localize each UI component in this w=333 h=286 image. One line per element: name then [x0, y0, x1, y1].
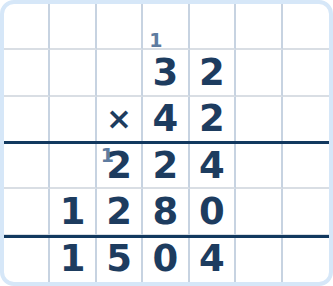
digit: 5 [106, 240, 132, 277]
grid-cell-r0c3[interactable]: 1 [143, 4, 189, 50]
grid-cell-r2c6[interactable] [283, 97, 329, 143]
grid-cell-r0c5[interactable] [236, 4, 282, 50]
digit: 2 [199, 54, 225, 91]
digit: 0 [199, 193, 225, 230]
grid-cell-r3c1[interactable] [50, 143, 96, 189]
grid-cell-r2c1[interactable] [50, 97, 96, 143]
grid-cell-r2c3[interactable]: 4 [143, 97, 189, 143]
grid-cell-r2c2[interactable]: × [97, 97, 143, 143]
digit: 2 [199, 100, 225, 137]
grid-cell-r1c4[interactable]: 2 [190, 50, 236, 96]
answer-rule-under-partials [4, 235, 329, 238]
grid-cell-r5c1[interactable]: 1 [50, 236, 96, 282]
multiply-sign: × [106, 103, 132, 134]
grid-cell-r0c4[interactable] [190, 4, 236, 50]
grid-cell-r3c6[interactable] [283, 143, 329, 189]
digit: 1 [60, 240, 86, 277]
grid-cell-r0c6[interactable] [283, 4, 329, 50]
grid-cell-r2c4[interactable]: 2 [190, 97, 236, 143]
grid-cell-r4c0[interactable] [4, 189, 50, 235]
digit: 1 [60, 193, 86, 230]
grid-cell-r3c5[interactable] [236, 143, 282, 189]
grid-cell-r0c2[interactable] [97, 4, 143, 50]
grid-cell-r4c3[interactable]: 8 [143, 189, 189, 235]
grid-cell-r3c3[interactable]: 2 [143, 143, 189, 189]
digit: 4 [199, 147, 225, 184]
grid-cell-r5c2[interactable]: 5 [97, 236, 143, 282]
carry-digit: 1 [149, 31, 162, 50]
grid-cell-r2c0[interactable] [4, 97, 50, 143]
digit: 2 [153, 147, 179, 184]
grid-cell-r4c2[interactable]: 2 [97, 189, 143, 235]
grid-cell-r1c2[interactable] [97, 50, 143, 96]
grid-cell-r5c3[interactable]: 0 [143, 236, 189, 282]
grid-cell-r5c5[interactable] [236, 236, 282, 282]
digit: 4 [199, 240, 225, 277]
digit: 3 [153, 54, 179, 91]
grid-cell-r1c0[interactable] [4, 50, 50, 96]
grid-cell-r1c3[interactable]: 3 [143, 50, 189, 96]
grid-cell-r5c4[interactable]: 4 [190, 236, 236, 282]
grid-cell-r5c0[interactable] [4, 236, 50, 282]
grid-cell-r0c0[interactable] [4, 4, 50, 50]
carry-digit: 1 [101, 146, 114, 165]
grid-cell-r3c4[interactable]: 4 [190, 143, 236, 189]
grid-cell-r2c5[interactable] [236, 97, 282, 143]
grid-cell-r1c5[interactable] [236, 50, 282, 96]
grid-cell-r3c0[interactable] [4, 143, 50, 189]
answer-rule-under-multiplier [4, 141, 329, 144]
multiplication-grid: 132×42212412801504 [4, 4, 329, 282]
digit: 4 [153, 100, 179, 137]
multiplication-worksheet: 132×42212412801504 [0, 0, 333, 286]
grid-cell-r4c5[interactable] [236, 189, 282, 235]
grid-cell-r4c4[interactable]: 0 [190, 189, 236, 235]
grid-cell-r1c1[interactable] [50, 50, 96, 96]
digit: 0 [153, 240, 179, 277]
grid-cell-r1c6[interactable] [283, 50, 329, 96]
grid-cell-r4c6[interactable] [283, 189, 329, 235]
digit: 8 [153, 193, 179, 230]
digit: 2 [106, 193, 132, 230]
grid-cell-r4c1[interactable]: 1 [50, 189, 96, 235]
grid-cell-r3c2[interactable]: 21 [97, 143, 143, 189]
grid-cell-r5c6[interactable] [283, 236, 329, 282]
grid-cell-r0c1[interactable] [50, 4, 96, 50]
